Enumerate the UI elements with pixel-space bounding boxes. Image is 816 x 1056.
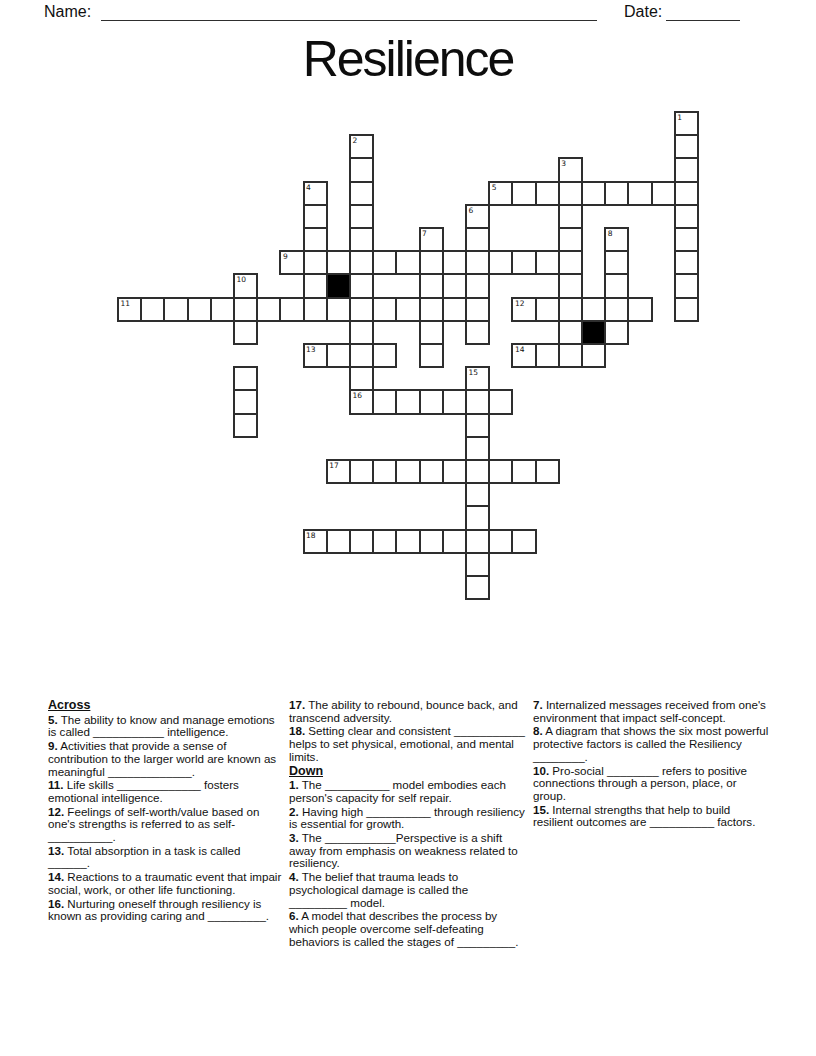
grid-cell[interactable] bbox=[488, 389, 513, 414]
grid-cell[interactable] bbox=[651, 181, 676, 206]
clue-9: 9. Activities that provide a sense of co… bbox=[48, 740, 284, 778]
clue-18: 18. Setting clear and consistent _______… bbox=[289, 725, 525, 763]
cell-number: 17 bbox=[329, 461, 339, 470]
grid-cell[interactable]: 14 bbox=[511, 343, 536, 368]
cell-number: 4 bbox=[306, 183, 311, 192]
grid-cell[interactable] bbox=[581, 181, 606, 206]
grid-cell[interactable] bbox=[349, 273, 374, 298]
clue-number: 9. bbox=[48, 739, 58, 752]
grid-cell[interactable] bbox=[442, 297, 467, 322]
grid-cell[interactable] bbox=[349, 227, 374, 252]
grid-cell[interactable] bbox=[465, 320, 490, 345]
grid-cell[interactable]: 11 bbox=[117, 297, 142, 322]
grid-cell[interactable]: 3 bbox=[558, 157, 583, 182]
clue-number: 6. bbox=[289, 909, 299, 922]
grid-cell[interactable] bbox=[140, 297, 165, 322]
clue-16: 16. Nurturing oneself through resiliency… bbox=[48, 898, 284, 923]
grid-cell[interactable] bbox=[372, 343, 397, 368]
grid-cell[interactable]: 7 bbox=[419, 227, 444, 252]
cell-number: 12 bbox=[515, 299, 525, 308]
grid-cell[interactable] bbox=[419, 459, 444, 484]
grid-cell[interactable] bbox=[465, 389, 490, 414]
grid-cell[interactable] bbox=[442, 529, 467, 554]
grid-cell[interactable] bbox=[233, 366, 258, 391]
cell-number: 15 bbox=[469, 368, 479, 377]
clue-6: 6. A model that describes the process by… bbox=[289, 910, 525, 948]
grid-cell[interactable] bbox=[326, 250, 351, 275]
grid-cell[interactable] bbox=[395, 459, 420, 484]
grid-cell[interactable]: 12 bbox=[511, 297, 536, 322]
black-cell bbox=[581, 320, 606, 345]
grid-cell[interactable] bbox=[558, 343, 583, 368]
clue-11: 11. Life skills _____________ fosters em… bbox=[48, 779, 284, 804]
cell-number: 13 bbox=[306, 345, 316, 354]
grid-cell[interactable]: 16 bbox=[349, 389, 374, 414]
grid-cell[interactable] bbox=[349, 459, 374, 484]
grid-cell[interactable]: 18 bbox=[303, 529, 328, 554]
grid-cell[interactable] bbox=[511, 529, 536, 554]
grid-cell[interactable] bbox=[349, 529, 374, 554]
crossword-grid: 123456789101112131415161718 bbox=[118, 112, 698, 599]
grid-cell[interactable]: 6 bbox=[465, 204, 490, 229]
clue-1: 1. The __________ model embodies each pe… bbox=[289, 779, 525, 804]
cell-number: 2 bbox=[353, 136, 358, 145]
grid-cell[interactable] bbox=[604, 297, 629, 322]
clue-number: 5. bbox=[48, 713, 58, 726]
clue-number: 2. bbox=[289, 805, 299, 818]
grid-cell[interactable] bbox=[233, 320, 258, 345]
grid-cell[interactable] bbox=[674, 273, 699, 298]
grid-cell[interactable] bbox=[419, 343, 444, 368]
name-label: Name: bbox=[44, 3, 91, 21]
grid-cell[interactable] bbox=[419, 297, 444, 322]
grid-cell[interactable] bbox=[465, 413, 490, 438]
grid-cell[interactable] bbox=[233, 413, 258, 438]
cell-number: 5 bbox=[492, 183, 497, 192]
grid-cell[interactable] bbox=[372, 529, 397, 554]
clue-8: 8. A diagram that shows the six most pow… bbox=[533, 725, 769, 763]
grid-cell[interactable] bbox=[465, 227, 490, 252]
grid-cell[interactable] bbox=[372, 297, 397, 322]
grid-cell[interactable] bbox=[233, 389, 258, 414]
grid-cell[interactable] bbox=[442, 250, 467, 275]
grid-cell[interactable] bbox=[349, 250, 374, 275]
clue-number: 17. bbox=[289, 698, 305, 711]
grid-cell[interactable] bbox=[674, 250, 699, 275]
grid-cell[interactable]: 9 bbox=[279, 250, 304, 275]
grid-cell[interactable] bbox=[349, 320, 374, 345]
clue-3: 3. The ___________Perspective is a shift… bbox=[289, 832, 525, 870]
grid-cell[interactable] bbox=[372, 459, 397, 484]
grid-cell[interactable] bbox=[627, 181, 652, 206]
grid-cell[interactable] bbox=[558, 204, 583, 229]
grid-cell[interactable]: 15 bbox=[465, 366, 490, 391]
grid-cell[interactable] bbox=[674, 297, 699, 322]
cell-number: 9 bbox=[283, 252, 288, 261]
grid-cell[interactable]: 4 bbox=[303, 181, 328, 206]
grid-cell[interactable] bbox=[326, 529, 351, 554]
grid-cell[interactable] bbox=[511, 181, 536, 206]
clue-17: 17. The ability to rebound, bounce back,… bbox=[289, 699, 525, 724]
grid-cell[interactable] bbox=[256, 297, 281, 322]
clue-4: 4. The belief that trauma leads to psych… bbox=[289, 871, 525, 909]
grid-cell[interactable] bbox=[604, 273, 629, 298]
clue-number: 10. bbox=[533, 764, 549, 777]
cell-number: 16 bbox=[353, 391, 363, 400]
cell-number: 14 bbox=[515, 345, 525, 354]
grid-cell[interactable] bbox=[395, 529, 420, 554]
grid-cell[interactable] bbox=[395, 297, 420, 322]
cell-number: 18 bbox=[306, 531, 316, 540]
grid-cell[interactable] bbox=[604, 181, 629, 206]
grid-cell[interactable] bbox=[349, 297, 374, 322]
grid-cell[interactable] bbox=[465, 459, 490, 484]
grid-cell[interactable] bbox=[187, 297, 212, 322]
grid-cell[interactable] bbox=[279, 297, 304, 322]
grid-cell[interactable] bbox=[303, 250, 328, 275]
grid-cell[interactable] bbox=[163, 297, 188, 322]
clues-column-across: Across5. The ability to know and manage … bbox=[48, 699, 284, 924]
clue-number: 4. bbox=[289, 870, 299, 883]
grid-cell[interactable] bbox=[349, 157, 374, 182]
grid-cell[interactable] bbox=[303, 297, 328, 322]
cell-number: 3 bbox=[561, 159, 566, 168]
cell-number: 7 bbox=[422, 229, 427, 238]
grid-cell[interactable] bbox=[558, 320, 583, 345]
clue-list-heading-down: Down bbox=[289, 765, 525, 778]
grid-cell[interactable] bbox=[303, 273, 328, 298]
grid-cell[interactable]: 10 bbox=[233, 273, 258, 298]
grid-cell[interactable]: 5 bbox=[488, 181, 513, 206]
grid-cell[interactable] bbox=[349, 343, 374, 368]
grid-cell[interactable] bbox=[326, 297, 351, 322]
clue-10: 10. Pro-social ________ refers to positi… bbox=[533, 765, 769, 803]
clue-number: 16. bbox=[48, 897, 64, 910]
grid-cell[interactable] bbox=[511, 250, 536, 275]
clue-number: 15. bbox=[533, 803, 549, 816]
grid-cell[interactable] bbox=[581, 297, 606, 322]
clues-column-middle: 17. The ability to rebound, bounce back,… bbox=[289, 699, 525, 949]
grid-cell[interactable] bbox=[465, 552, 490, 577]
clue-number: 14. bbox=[48, 870, 64, 883]
grid-cell[interactable] bbox=[674, 227, 699, 252]
grid-cell[interactable] bbox=[465, 273, 490, 298]
clue-list-heading-across: Across bbox=[48, 699, 284, 712]
grid-cell[interactable] bbox=[395, 389, 420, 414]
grid-cell[interactable] bbox=[303, 227, 328, 252]
clue-number: 1. bbox=[289, 778, 299, 791]
grid-cell[interactable] bbox=[535, 181, 560, 206]
grid-cell[interactable] bbox=[627, 297, 652, 322]
grid-cell[interactable] bbox=[465, 482, 490, 507]
grid-cell[interactable] bbox=[395, 250, 420, 275]
grid-cell[interactable] bbox=[419, 389, 444, 414]
grid-cell[interactable] bbox=[465, 529, 490, 554]
grid-cell[interactable] bbox=[535, 297, 560, 322]
clue-number: 13. bbox=[48, 844, 64, 857]
clue-number: 8. bbox=[533, 724, 543, 737]
cell-number: 8 bbox=[608, 229, 613, 238]
clues-column-down: 7. Internalized messages received from o… bbox=[533, 699, 769, 830]
grid-cell[interactable] bbox=[465, 505, 490, 530]
clue-number: 7. bbox=[533, 698, 543, 711]
clue-5: 5. The ability to know and manage emotio… bbox=[48, 714, 284, 739]
grid-cell[interactable] bbox=[488, 250, 513, 275]
clue-number: 18. bbox=[289, 724, 305, 737]
black-cell bbox=[326, 273, 351, 298]
puzzle-title: Resilience bbox=[0, 30, 816, 88]
clue-13: 13. Total absorption in a task is called… bbox=[48, 845, 284, 870]
grid-cell[interactable]: 17 bbox=[326, 459, 351, 484]
grid-cell[interactable] bbox=[465, 436, 490, 461]
grid-cell[interactable] bbox=[349, 181, 374, 206]
grid-cell[interactable] bbox=[372, 389, 397, 414]
clue-number: 12. bbox=[48, 805, 64, 818]
grid-cell[interactable] bbox=[465, 297, 490, 322]
date-label: Date: bbox=[624, 3, 662, 21]
clue-7: 7. Internalized messages received from o… bbox=[533, 699, 769, 724]
cell-number: 10 bbox=[237, 275, 247, 284]
grid-cell[interactable] bbox=[210, 297, 235, 322]
worksheet-page: Name: Date: Resilience 12345678910111213… bbox=[0, 0, 816, 1056]
grid-cell[interactable] bbox=[465, 250, 490, 275]
grid-cell[interactable] bbox=[674, 181, 699, 206]
grid-cell[interactable] bbox=[419, 250, 444, 275]
grid-cell[interactable] bbox=[535, 343, 560, 368]
clue-number: 11. bbox=[48, 778, 63, 791]
grid-cell[interactable] bbox=[419, 273, 444, 298]
grid-cell[interactable]: 8 bbox=[604, 227, 629, 252]
clue-15: 15. Internal strengths that help to buil… bbox=[533, 804, 769, 829]
clue-2: 2. Having high __________ through resili… bbox=[289, 806, 525, 831]
grid-cell[interactable] bbox=[511, 459, 536, 484]
grid-cell[interactable] bbox=[349, 204, 374, 229]
grid-cell[interactable] bbox=[419, 320, 444, 345]
grid-cell[interactable] bbox=[372, 250, 397, 275]
date-blank-line[interactable] bbox=[666, 5, 740, 21]
cell-number: 6 bbox=[469, 206, 474, 215]
grid-cell[interactable] bbox=[581, 343, 606, 368]
name-blank-line[interactable] bbox=[101, 5, 597, 21]
grid-cell[interactable] bbox=[558, 250, 583, 275]
grid-cell[interactable] bbox=[535, 250, 560, 275]
grid-cell[interactable] bbox=[604, 320, 629, 345]
grid-cell[interactable] bbox=[558, 297, 583, 322]
grid-cell[interactable] bbox=[558, 227, 583, 252]
grid-cell[interactable]: 2 bbox=[349, 134, 374, 159]
grid-cell[interactable] bbox=[442, 389, 467, 414]
grid-cell[interactable] bbox=[349, 366, 374, 391]
grid-cell[interactable] bbox=[233, 297, 258, 322]
grid-cell[interactable] bbox=[604, 250, 629, 275]
clue-14: 14. Reactions to a traumatic event that … bbox=[48, 871, 284, 896]
grid-cell[interactable] bbox=[442, 459, 467, 484]
grid-cell[interactable]: 1 bbox=[674, 111, 699, 136]
grid-cell[interactable] bbox=[326, 343, 351, 368]
grid-cell[interactable] bbox=[674, 134, 699, 159]
grid-cell[interactable] bbox=[465, 575, 490, 600]
grid-cell[interactable] bbox=[558, 181, 583, 206]
grid-cell[interactable] bbox=[488, 529, 513, 554]
cell-number: 11 bbox=[121, 299, 131, 308]
grid-cell[interactable]: 13 bbox=[303, 343, 328, 368]
grid-cell[interactable] bbox=[303, 204, 328, 229]
cell-number: 1 bbox=[677, 113, 682, 122]
grid-cell[interactable] bbox=[535, 459, 560, 484]
grid-cell[interactable] bbox=[674, 157, 699, 182]
grid-cell[interactable] bbox=[419, 529, 444, 554]
clue-12: 12. Feelings of self-worth/value based o… bbox=[48, 806, 284, 844]
clue-number: 3. bbox=[289, 831, 299, 844]
grid-cell[interactable] bbox=[488, 459, 513, 484]
grid-cell[interactable] bbox=[674, 204, 699, 229]
grid-cell[interactable] bbox=[558, 273, 583, 298]
